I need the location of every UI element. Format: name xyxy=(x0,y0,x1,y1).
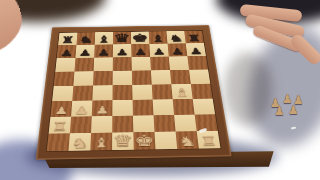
black-queen-d8[interactable]: ♛ xyxy=(113,32,131,44)
square-c3[interactable]: ♟ xyxy=(92,100,113,116)
white-knight-g1[interactable]: ♞ xyxy=(178,134,197,148)
white-rook-h1[interactable]: ♜ xyxy=(200,135,218,148)
square-d2[interactable] xyxy=(112,116,133,133)
square-e8[interactable]: ♚ xyxy=(131,32,150,45)
square-h6[interactable] xyxy=(187,56,208,70)
square-e2[interactable] xyxy=(133,115,155,132)
black-pawn-c7[interactable]: ♟ xyxy=(97,48,110,57)
board-frame: ♜♞♝♛♚♝♞♜♟♟♟♟♟♟♟♟♝♟♟♟♜♞♝♛♚♞♜ xyxy=(36,25,232,159)
square-f5[interactable] xyxy=(151,70,171,85)
square-b1[interactable]: ♞ xyxy=(69,133,92,151)
square-d1[interactable]: ♛ xyxy=(112,132,134,150)
square-g2[interactable] xyxy=(174,115,197,132)
square-f2[interactable] xyxy=(154,115,176,132)
white-king-e1[interactable]: ♚ xyxy=(134,133,155,149)
black-rook-a8[interactable]: ♜ xyxy=(60,35,75,44)
square-a4[interactable] xyxy=(52,86,73,101)
square-e7[interactable]: ♟ xyxy=(131,44,150,57)
square-a5[interactable] xyxy=(54,72,75,87)
black-knight-b8[interactable]: ♞ xyxy=(78,35,93,45)
black-pawn-b7[interactable]: ♟ xyxy=(78,49,91,58)
square-c1[interactable]: ♝ xyxy=(90,133,112,151)
scene: ♜♞♝♛♚♝♞♜♟♟♟♟♟♟♟♟♝♟♟♟♜♞♝♛♚♞♜ ♟♟♟♟♟ xyxy=(0,0,320,180)
black-knight-g8[interactable]: ♞ xyxy=(168,33,184,43)
square-a3[interactable]: ♟ xyxy=(50,101,72,117)
square-b7[interactable]: ♟ xyxy=(75,45,94,58)
square-c8[interactable]: ♝ xyxy=(95,32,113,45)
square-h4[interactable] xyxy=(191,84,213,99)
square-c4[interactable] xyxy=(92,85,112,100)
square-g8[interactable]: ♞ xyxy=(166,31,185,44)
square-g4[interactable]: ♝ xyxy=(171,84,192,99)
black-pawn-f7[interactable]: ♟ xyxy=(152,48,165,57)
black-pawn-h7[interactable]: ♟ xyxy=(189,47,203,56)
square-g1[interactable]: ♞ xyxy=(176,131,199,149)
black-pawn-a7[interactable]: ♟ xyxy=(60,49,74,58)
square-e5[interactable] xyxy=(132,70,152,85)
square-a2[interactable]: ♜ xyxy=(49,117,71,134)
square-f8[interactable]: ♝ xyxy=(149,31,168,44)
square-d4[interactable] xyxy=(112,85,132,100)
square-c6[interactable] xyxy=(94,57,113,71)
square-b4[interactable] xyxy=(72,86,93,101)
white-pawn-b3[interactable]: ♟ xyxy=(74,105,89,116)
square-h5[interactable] xyxy=(189,69,210,83)
black-pawn-d7[interactable]: ♟ xyxy=(116,48,129,57)
square-e6[interactable] xyxy=(131,57,150,71)
square-d8[interactable]: ♛ xyxy=(113,32,131,45)
square-e3[interactable] xyxy=(133,100,154,116)
square-c2[interactable] xyxy=(91,116,112,133)
white-pawn-c3[interactable]: ♟ xyxy=(95,105,109,116)
square-f3[interactable] xyxy=(153,99,174,115)
white-bishop-c1[interactable]: ♝ xyxy=(92,136,110,150)
square-c7[interactable]: ♟ xyxy=(94,44,113,57)
square-d7[interactable]: ♟ xyxy=(113,44,132,57)
chess-board: ♜♞♝♛♚♝♞♜♟♟♟♟♟♟♟♟♝♟♟♟♜♞♝♛♚♞♜ xyxy=(36,25,232,159)
square-b2[interactable] xyxy=(70,116,92,133)
square-h1[interactable]: ♜ xyxy=(197,131,221,149)
square-b6[interactable] xyxy=(74,58,94,72)
square-g7[interactable]: ♟ xyxy=(168,43,188,56)
square-c5[interactable] xyxy=(93,71,113,86)
white-knight-b1[interactable]: ♞ xyxy=(71,136,89,150)
hand-shadow-on-board xyxy=(224,52,272,126)
black-bishop-c8[interactable]: ♝ xyxy=(96,34,111,44)
black-pawn-g7[interactable]: ♟ xyxy=(171,47,185,56)
black-pawn-e7[interactable]: ♟ xyxy=(134,48,147,57)
square-f7[interactable]: ♟ xyxy=(149,44,168,57)
square-b3[interactable]: ♟ xyxy=(71,101,92,117)
square-a7[interactable]: ♟ xyxy=(57,45,77,58)
square-e1[interactable]: ♚ xyxy=(133,132,155,150)
white-bishop-g4[interactable]: ♝ xyxy=(173,87,190,99)
captured-white-pawn: ♟ xyxy=(274,105,285,117)
square-d3[interactable] xyxy=(112,100,133,116)
board-grid: ♜♞♝♛♚♝♞♜♟♟♟♟♟♟♟♟♝♟♟♟♜♞♝♛♚♞♜ xyxy=(47,31,221,151)
square-f4[interactable] xyxy=(152,84,173,99)
square-b8[interactable]: ♞ xyxy=(76,32,95,45)
square-d6[interactable] xyxy=(113,57,132,71)
square-a1[interactable] xyxy=(47,133,70,151)
square-g5[interactable] xyxy=(170,70,191,85)
white-pawn-a3[interactable]: ♟ xyxy=(54,106,69,117)
captured-white-pawn: ♟ xyxy=(288,104,299,116)
square-e4[interactable] xyxy=(132,85,152,100)
square-h7[interactable]: ♟ xyxy=(186,43,206,56)
black-bishop-f8[interactable]: ♝ xyxy=(150,34,165,44)
square-d5[interactable] xyxy=(113,71,133,86)
square-a6[interactable] xyxy=(55,58,75,72)
square-g3[interactable] xyxy=(173,99,195,115)
black-king-e8[interactable]: ♚ xyxy=(131,32,148,43)
square-f6[interactable] xyxy=(150,57,170,71)
white-rook-a2[interactable]: ♜ xyxy=(51,120,68,132)
black-rook-h8[interactable]: ♜ xyxy=(187,34,202,43)
square-a8[interactable]: ♜ xyxy=(58,33,77,46)
square-b5[interactable] xyxy=(73,71,93,86)
square-h3[interactable] xyxy=(193,99,215,115)
white-queen-d1[interactable]: ♛ xyxy=(112,133,133,149)
square-h8[interactable]: ♜ xyxy=(184,31,204,44)
square-g6[interactable] xyxy=(169,56,189,70)
square-f1[interactable] xyxy=(154,132,177,150)
